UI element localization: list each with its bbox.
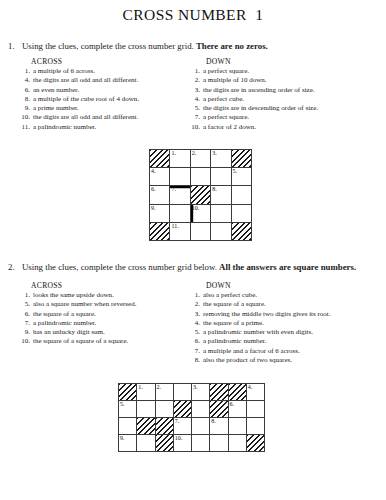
clue-item: 6.a palindromic number. [188, 337, 384, 346]
grid-cell[interactable]: 10. [191, 205, 210, 222]
clue-text: a palindromic number. [33, 319, 96, 327]
cell-number: 9. [151, 205, 156, 212]
puzzle2-across-clues: ACROSS 1.looks the same upside down.5.al… [18, 281, 186, 347]
clue-item: 6.the square of a square. [18, 310, 186, 319]
clue-text: also the product of two squares. [203, 356, 292, 364]
cell-number: 7. [171, 186, 176, 193]
puzzle1-instruction-bold: There are no zeros. [196, 41, 268, 51]
clue-text: a palindromic number with even digits. [203, 328, 313, 336]
grid-cell[interactable]: 11. [170, 223, 189, 240]
cell-number: 6. [230, 401, 235, 408]
puzzle2-grid: 1.2.3.4.5.6.7.8.9.10. [118, 383, 265, 452]
clue-text: the square of a prime. [203, 319, 264, 327]
clue-text: a perfect square. [203, 113, 249, 121]
grid-cell[interactable] [229, 418, 246, 434]
clue-item: 4.a perfect cube. [188, 95, 384, 104]
clue-text: a prime number. [33, 104, 79, 112]
clue-item: 2.the square of a square. [188, 300, 384, 309]
clue-number: 8. [18, 95, 30, 103]
grid-cell[interactable] [119, 418, 136, 434]
clue-text: a perfect square. [203, 67, 249, 75]
clue-number: 6. [18, 310, 30, 318]
cell-number: 3. [193, 384, 198, 391]
cell-number: 1. [138, 384, 143, 391]
grid-cell[interactable]: 3. [192, 384, 209, 400]
clue-item: 10.the digits are all odd and all differ… [18, 113, 186, 122]
clue-number: 10. [188, 123, 200, 131]
cell-number: 10. [192, 205, 200, 212]
clue-text: a multiple of 6 across. [33, 67, 95, 75]
clue-text: an even number. [33, 86, 79, 94]
grid-cell[interactable] [170, 205, 189, 222]
blocked-cell [247, 435, 264, 451]
clue-text: a multiple and a factor of 6 across. [203, 347, 300, 355]
grid-cell[interactable] [211, 223, 230, 240]
cell-number: 8. [211, 418, 216, 425]
clue-number: 1. [188, 291, 200, 299]
clue-text: a multiple of 10 down. [203, 76, 267, 84]
grid-cell[interactable] [192, 435, 209, 451]
grid-cell[interactable]: 9. [119, 435, 136, 451]
blocked-cell [229, 384, 246, 400]
clue-text: looks the same upside down. [33, 291, 114, 299]
clue-number: 1. [18, 291, 30, 299]
clue-item: 10.a factor of 2 down. [188, 123, 384, 132]
clue-item: 8.a multiple of the cube root of 4 down. [18, 95, 186, 104]
clue-number: 7. [18, 319, 30, 327]
clue-item: 1.looks the same upside down. [18, 291, 186, 300]
grid-cell[interactable] [174, 384, 191, 400]
grid-cell[interactable] [170, 168, 189, 185]
grid-cell[interactable] [229, 435, 246, 451]
puzzle2-across-header: ACROSS [31, 281, 186, 291]
cell-number: 8. [212, 186, 217, 193]
clue-number: 4. [18, 76, 30, 84]
clue-text: a palindromic number. [203, 337, 266, 345]
page-title: CROSS NUMBER 1 [0, 6, 386, 24]
puzzle1-instruction-text: Using the clues, complete the cross numb… [22, 41, 268, 51]
clue-number: 9. [18, 328, 30, 336]
grid-cell[interactable]: 1. [170, 150, 189, 167]
clue-number: 7. [188, 113, 200, 121]
puzzle2-instruction-bold: All the answers are square numbers. [219, 262, 356, 272]
clue-item: 1.also a perfect cube. [188, 291, 384, 300]
clue-item: 7.a multiple and a factor of 6 across. [188, 347, 384, 356]
puzzle1-across-header: ACROSS [31, 57, 186, 67]
clue-number: 2. [188, 300, 200, 308]
clue-text: the square of a square. [33, 310, 96, 318]
clue-text: the square of a square. [203, 300, 266, 308]
clue-text: the digits are in descending order of si… [203, 104, 318, 112]
clue-text: a factor of 2 down. [203, 123, 256, 131]
clue-number: 5. [188, 104, 200, 112]
clue-number: 5. [18, 300, 30, 308]
clue-text: the digits are all odd and all different… [33, 113, 138, 121]
puzzle1-item-number: 1. [8, 41, 22, 51]
clue-item: 1.a perfect square. [188, 67, 384, 76]
blocked-cell [150, 223, 169, 240]
clue-item: 5.a palindromic number with even digits. [188, 328, 384, 337]
cell-number: 6. [151, 186, 156, 193]
clue-text: the digits are in ascending order of siz… [203, 86, 315, 94]
clue-number: 11. [18, 123, 30, 131]
clue-item: 1.a multiple of 6 across. [18, 67, 186, 76]
grid-cell[interactable] [191, 168, 210, 185]
clue-number: 6. [188, 337, 200, 345]
clue-item: 4.the digits are all odd and all differe… [18, 76, 186, 85]
grid-cell[interactable]: 8. [211, 186, 230, 203]
grid-cell[interactable]: 3. [211, 150, 230, 167]
grid-cell[interactable]: 7. [170, 186, 189, 203]
clue-item: 9.has an unlucky digit sum. [18, 328, 186, 337]
puzzle1-down-list: 1.a perfect square.2.a multiple of 10 do… [188, 67, 384, 132]
clue-text: removing the middle two digits gives its… [203, 310, 331, 318]
clue-item: 9.a prime number. [18, 104, 186, 113]
clue-number: 9. [18, 104, 30, 112]
clue-text: the square of a square of a square. [33, 337, 128, 345]
clue-number: 1. [188, 67, 200, 75]
cell-number: 4. [248, 384, 253, 391]
cell-number: 10. [175, 435, 183, 442]
grid-cell[interactable]: 4. [247, 384, 264, 400]
grid-cell[interactable] [247, 418, 264, 434]
grid-cell[interactable] [191, 223, 210, 240]
clue-item: 11.a palindromic number. [18, 123, 186, 132]
clue-number: 4. [188, 319, 200, 327]
grid-cell[interactable]: 7. [174, 418, 191, 434]
clue-number: 8. [188, 356, 200, 364]
puzzle2-instruction: 2. Using the clues, complete the cross n… [8, 262, 384, 272]
grid-cell[interactable] [211, 168, 230, 185]
cell-number: 2. [192, 150, 197, 157]
clue-text: also a square number when reversed. [33, 300, 136, 308]
blocked-cell [210, 401, 227, 417]
grid-cell[interactable]: 8. [210, 418, 227, 434]
clue-item: 3.the digits are in ascending order of s… [188, 86, 384, 95]
grid-cell[interactable] [232, 186, 251, 203]
clue-number: 7. [188, 347, 200, 355]
grid-cell[interactable] [232, 205, 251, 222]
cell-number: 9. [120, 435, 125, 442]
puzzle1-instruction-normal: Using the clues, complete the cross numb… [22, 41, 196, 51]
clue-text: a palindromic number. [33, 123, 96, 131]
puzzle2-down-clues: DOWN 1.also a perfect cube.2.the square … [188, 281, 384, 365]
clue-number: 1. [18, 67, 30, 75]
grid-cell[interactable] [247, 401, 264, 417]
cell-number: 1. [171, 150, 176, 157]
worksheet-page: CROSS NUMBER 1 1. Using the clues, compl… [0, 0, 386, 500]
blocked-cell [210, 384, 227, 400]
clue-item: 5.also a square number when reversed. [18, 300, 186, 309]
cell-number: 3. [212, 150, 217, 157]
grid-cell[interactable]: 6. [229, 401, 246, 417]
grid-cell[interactable]: 10. [174, 435, 191, 451]
cell-number: 11. [171, 223, 178, 230]
puzzle2-instruction-normal: Using the clues, complete the cross numb… [22, 262, 219, 272]
puzzle2-instruction-text: Using the clues, complete the cross numb… [22, 262, 356, 272]
clue-text: has an unlucky digit sum. [33, 328, 105, 336]
blocked-cell [156, 435, 173, 451]
clue-number: 10. [18, 337, 30, 345]
clue-text: a multiple of the cube root of 4 down. [33, 95, 139, 103]
clue-item: 7.a perfect square. [188, 113, 384, 122]
grid-cell[interactable] [210, 435, 227, 451]
grid-cell[interactable]: 1. [137, 384, 154, 400]
puzzle2-down-list: 1.also a perfect cube.2.the square of a … [188, 291, 384, 365]
blocked-cell [191, 186, 210, 203]
clue-number: 3. [188, 310, 200, 318]
blocked-cell [232, 150, 251, 167]
clue-text: the digits are all odd and all different… [33, 76, 138, 84]
clue-item: 2.a multiple of 10 down. [188, 76, 384, 85]
clue-number: 6. [18, 86, 30, 94]
clue-number: 5. [188, 328, 200, 336]
clue-number: 4. [188, 95, 200, 103]
blocked-cell [174, 401, 191, 417]
grid-cell[interactable] [211, 205, 230, 222]
clue-number: 2. [188, 76, 200, 84]
clue-item: 8.also the product of two squares. [188, 356, 384, 365]
blocked-cell [232, 223, 251, 240]
cell-number: 5. [120, 401, 125, 408]
grid-cell[interactable]: 5. [232, 168, 251, 185]
puzzle1-across-list: 1.a multiple of 6 across.4.the digits ar… [18, 67, 186, 132]
clue-text: a perfect cube. [203, 95, 244, 103]
cell-number: 2. [157, 384, 162, 391]
grid-cell[interactable] [137, 435, 154, 451]
clue-item: 4.the square of a prime. [188, 319, 384, 328]
grid-cell[interactable] [192, 401, 209, 417]
grid-cell[interactable] [137, 401, 154, 417]
puzzle2-item-number: 2. [8, 262, 22, 272]
clue-item: 6.an even number. [18, 86, 186, 95]
cell-number: 4. [151, 168, 156, 175]
blocked-cell [119, 384, 136, 400]
puzzle1-grid: 1.2.3.4.5.6.7.8.9.10.11. [149, 149, 252, 241]
grid-cell[interactable]: 6. [150, 186, 169, 203]
puzzle1-across-clues: ACROSS 1.a multiple of 6 across.4.the di… [18, 57, 186, 132]
clue-item: 3.removing the middle two digits gives i… [188, 310, 384, 319]
puzzle1-instruction: 1. Using the clues, complete the cross n… [8, 41, 384, 51]
puzzle2-down-header: DOWN [206, 281, 384, 291]
grid-cell[interactable]: 9. [150, 205, 169, 222]
puzzle1-down-header: DOWN [206, 57, 384, 67]
clue-number: 3. [188, 86, 200, 94]
cell-number: 7. [175, 418, 180, 425]
cell-number: 5. [233, 168, 238, 175]
clue-item: 7.a palindromic number. [18, 319, 186, 328]
clue-text: also a perfect cube. [203, 291, 257, 299]
clue-item: 5.the digits are in descending order of … [188, 104, 384, 113]
clue-item: 10.the square of a square of a square. [18, 337, 186, 346]
grid-cell[interactable]: 5. [119, 401, 136, 417]
grid-cell[interactable] [156, 401, 173, 417]
blocked-cell [150, 150, 169, 167]
blocked-cell [137, 418, 154, 434]
puzzle2-across-list: 1.looks the same upside down.5.also a sq… [18, 291, 186, 347]
grid-cell[interactable]: 4. [150, 168, 169, 185]
grid-cell[interactable] [192, 418, 209, 434]
clue-number: 10. [18, 113, 30, 121]
grid-cell[interactable]: 2. [191, 150, 210, 167]
puzzle1-down-clues: DOWN 1.a perfect square.2.a multiple of … [188, 57, 384, 132]
blocked-cell [156, 418, 173, 434]
grid-cell[interactable]: 2. [156, 384, 173, 400]
